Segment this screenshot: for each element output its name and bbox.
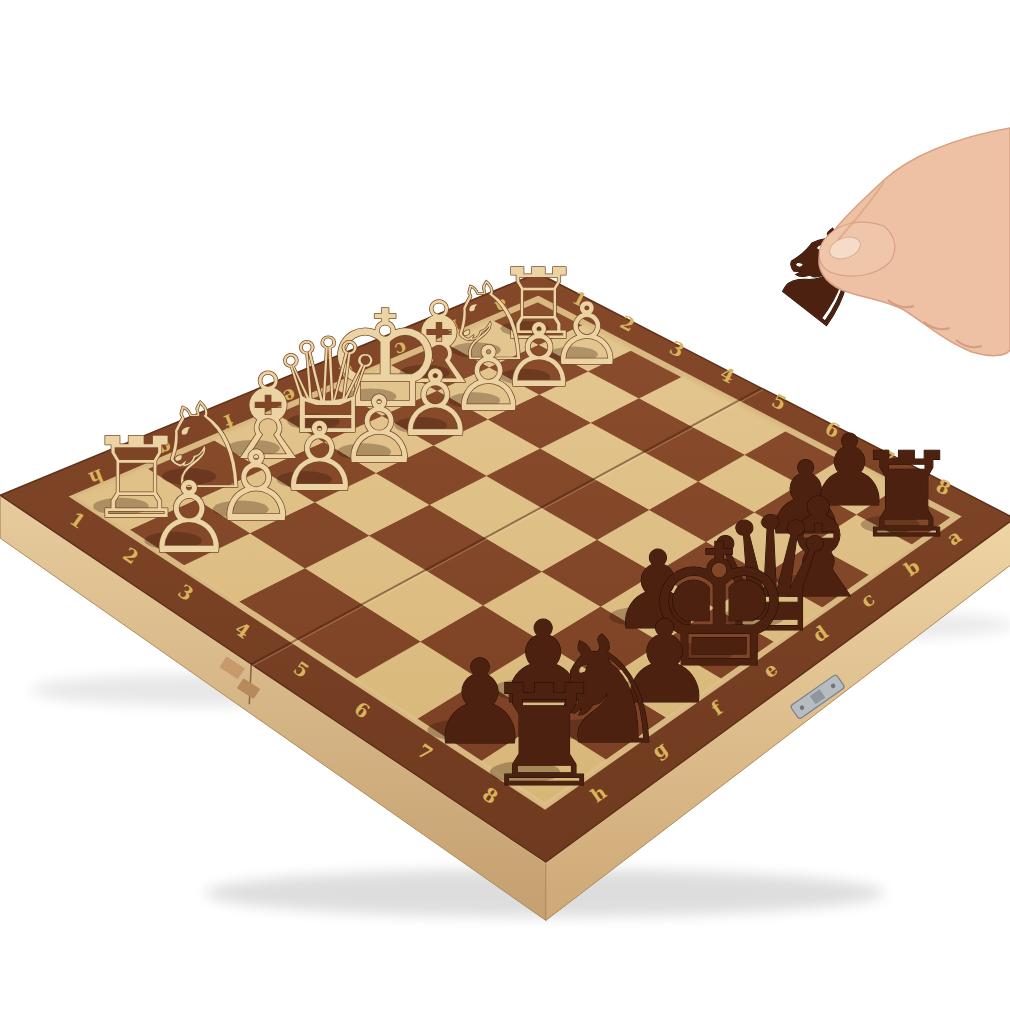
product-photo-scene: Overhead-angle photo of a folding wooden… [0,0,1010,1010]
chess-set-photo: 1234567812345678abcdefghabcdefgh♖♘♙♗♙♔♙♕… [0,0,1010,1010]
piece-white-pawn-h2[interactable]: ♙ [144,460,233,575]
svg-text:♜: ♜ [481,655,607,818]
piece-black-rook-h8[interactable]: ♜ [481,655,607,818]
hand-holding-knight: ♞ [741,128,1010,360]
svg-text:♙: ♙ [145,460,234,575]
